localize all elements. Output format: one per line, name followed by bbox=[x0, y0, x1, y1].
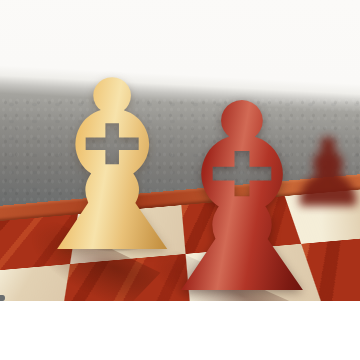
edge-speck bbox=[0, 295, 5, 301]
chess-product-photo: ♝♝♟ bbox=[0, 0, 360, 360]
white-crop-band bbox=[0, 301, 360, 360]
blurred-piece-piece: ♟ bbox=[278, 126, 360, 221]
